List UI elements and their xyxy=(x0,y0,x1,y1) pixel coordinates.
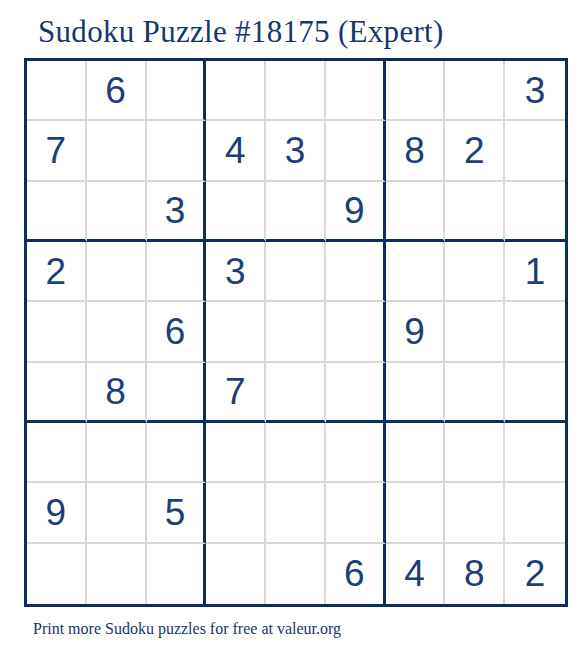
sudoku-cell-r1c1 xyxy=(27,61,87,121)
sudoku-cell-r2c5: 3 xyxy=(266,121,326,181)
sudoku-cell-r8c7 xyxy=(386,483,446,543)
sudoku-cell-r5c6 xyxy=(326,302,386,362)
sudoku-cell-r3c8 xyxy=(445,182,505,242)
sudoku-cell-r7c4 xyxy=(206,423,266,483)
sudoku-cell-r9c4 xyxy=(206,544,266,604)
sudoku-cell-r5c5 xyxy=(266,302,326,362)
footer-text: Print more Sudoku puzzles for free at va… xyxy=(33,619,341,639)
sudoku-cell-r3c5 xyxy=(266,182,326,242)
sudoku-cell-r5c4 xyxy=(206,302,266,362)
sudoku-cell-r5c3: 6 xyxy=(147,302,207,362)
sudoku-cell-r6c1 xyxy=(27,363,87,423)
sudoku-cell-r8c5 xyxy=(266,483,326,543)
sudoku-cell-r5c2 xyxy=(87,302,147,362)
sudoku-cell-r5c1 xyxy=(27,302,87,362)
sudoku-cell-r2c9 xyxy=(505,121,565,181)
sudoku-cell-r3c1 xyxy=(27,182,87,242)
sudoku-page: Sudoku Puzzle #18175 (Expert) 6374382392… xyxy=(0,0,580,651)
sudoku-cell-r8c2 xyxy=(87,483,147,543)
sudoku-grid: 6374382392316987956482 xyxy=(24,58,568,607)
sudoku-cell-r6c9 xyxy=(505,363,565,423)
sudoku-cell-r9c2 xyxy=(87,544,147,604)
sudoku-cell-r8c3: 5 xyxy=(147,483,207,543)
sudoku-cell-r8c9 xyxy=(505,483,565,543)
sudoku-cell-r7c5 xyxy=(266,423,326,483)
sudoku-cell-r4c5 xyxy=(266,242,326,302)
sudoku-cell-r1c7 xyxy=(386,61,446,121)
sudoku-cell-r2c7: 8 xyxy=(386,121,446,181)
sudoku-cell-r4c4: 3 xyxy=(206,242,266,302)
sudoku-cell-r9c6: 6 xyxy=(326,544,386,604)
sudoku-cell-r1c9: 3 xyxy=(505,61,565,121)
sudoku-cell-r5c8 xyxy=(445,302,505,362)
sudoku-cell-r6c3 xyxy=(147,363,207,423)
sudoku-cell-r6c5 xyxy=(266,363,326,423)
sudoku-cell-r1c3 xyxy=(147,61,207,121)
sudoku-cell-r7c7 xyxy=(386,423,446,483)
sudoku-cell-r2c1: 7 xyxy=(27,121,87,181)
sudoku-cell-r3c2 xyxy=(87,182,147,242)
sudoku-cell-r4c7 xyxy=(386,242,446,302)
sudoku-cell-r3c9 xyxy=(505,182,565,242)
sudoku-cell-r3c3: 3 xyxy=(147,182,207,242)
sudoku-cell-r8c6 xyxy=(326,483,386,543)
sudoku-cell-r8c1: 9 xyxy=(27,483,87,543)
sudoku-cell-r8c4 xyxy=(206,483,266,543)
sudoku-cell-r4c9: 1 xyxy=(505,242,565,302)
sudoku-cell-r6c2: 8 xyxy=(87,363,147,423)
sudoku-cell-r8c8 xyxy=(445,483,505,543)
sudoku-cell-r5c9 xyxy=(505,302,565,362)
sudoku-cell-r9c3 xyxy=(147,544,207,604)
sudoku-cell-r4c3 xyxy=(147,242,207,302)
sudoku-cell-r1c2: 6 xyxy=(87,61,147,121)
sudoku-cell-r9c9: 2 xyxy=(505,544,565,604)
sudoku-cell-r3c6: 9 xyxy=(326,182,386,242)
sudoku-cell-r2c4: 4 xyxy=(206,121,266,181)
sudoku-cell-r2c8: 2 xyxy=(445,121,505,181)
sudoku-cell-r5c7: 9 xyxy=(386,302,446,362)
sudoku-cell-r4c2 xyxy=(87,242,147,302)
sudoku-cell-r2c2 xyxy=(87,121,147,181)
sudoku-cell-r6c7 xyxy=(386,363,446,423)
sudoku-cell-r9c1 xyxy=(27,544,87,604)
sudoku-cell-r1c5 xyxy=(266,61,326,121)
sudoku-cell-r2c3 xyxy=(147,121,207,181)
sudoku-cell-r1c8 xyxy=(445,61,505,121)
sudoku-cell-r6c4: 7 xyxy=(206,363,266,423)
sudoku-cell-r7c1 xyxy=(27,423,87,483)
sudoku-cell-r3c7 xyxy=(386,182,446,242)
sudoku-cell-r4c6 xyxy=(326,242,386,302)
sudoku-cell-r7c9 xyxy=(505,423,565,483)
sudoku-cell-r7c8 xyxy=(445,423,505,483)
sudoku-cell-r6c6 xyxy=(326,363,386,423)
sudoku-cell-r2c6 xyxy=(326,121,386,181)
sudoku-cell-r1c6 xyxy=(326,61,386,121)
sudoku-cell-r9c5 xyxy=(266,544,326,604)
sudoku-cell-r3c4 xyxy=(206,182,266,242)
sudoku-cell-r7c2 xyxy=(87,423,147,483)
sudoku-cell-r6c8 xyxy=(445,363,505,423)
page-title: Sudoku Puzzle #18175 (Expert) xyxy=(38,14,444,50)
sudoku-cell-r4c8 xyxy=(445,242,505,302)
sudoku-cell-r4c1: 2 xyxy=(27,242,87,302)
sudoku-cell-r7c6 xyxy=(326,423,386,483)
sudoku-cell-r7c3 xyxy=(147,423,207,483)
sudoku-cell-r9c7: 4 xyxy=(386,544,446,604)
sudoku-cell-r9c8: 8 xyxy=(445,544,505,604)
sudoku-cell-r1c4 xyxy=(206,61,266,121)
